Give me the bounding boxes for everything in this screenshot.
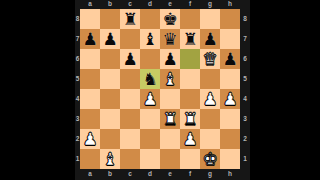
square-b4[interactable] — [100, 89, 120, 109]
black-pawn[interactable]: ♟ — [82, 29, 97, 49]
white-pawn[interactable]: ♟ — [142, 89, 157, 109]
file-label-f: f — [180, 0, 200, 9]
file-label-c: c — [120, 169, 140, 180]
square-h8[interactable] — [220, 9, 240, 29]
square-h2[interactable] — [220, 129, 240, 149]
file-label-h: h — [220, 0, 240, 9]
black-queen[interactable]: ♛ — [162, 29, 177, 49]
black-pawn[interactable]: ♟ — [162, 49, 177, 69]
white-rook[interactable]: ♜ — [182, 109, 197, 129]
file-label-e: e — [160, 169, 180, 180]
square-d6[interactable] — [140, 49, 160, 69]
square-e7[interactable]: ♛ — [160, 29, 180, 49]
white-rook[interactable]: ♜ — [162, 109, 177, 129]
square-d3[interactable] — [140, 109, 160, 129]
square-a5[interactable] — [80, 69, 100, 89]
white-bishop[interactable]: ♝ — [162, 69, 177, 89]
rank-labels-right: 87654321 — [240, 9, 250, 169]
square-b6[interactable] — [100, 49, 120, 69]
white-king[interactable]: ♚ — [202, 149, 217, 169]
square-a8[interactable] — [80, 9, 100, 29]
square-f6[interactable] — [180, 49, 200, 69]
square-g1[interactable]: ♚ — [200, 149, 220, 169]
black-rook[interactable]: ♜ — [122, 9, 137, 29]
rank-label-3: 3 — [240, 109, 250, 129]
square-h7[interactable] — [220, 29, 240, 49]
square-g5[interactable] — [200, 69, 220, 89]
square-a6[interactable] — [80, 49, 100, 69]
chess-board[interactable]: ♜♚♟♟♝♛♜♟♟♟♛♟♞♝♟♟♟♜♜♟♟♝♚ — [80, 9, 240, 169]
square-c2[interactable] — [120, 129, 140, 149]
file-label-a: a — [80, 0, 100, 9]
black-pawn[interactable]: ♟ — [222, 49, 237, 69]
black-rook[interactable]: ♜ — [182, 29, 197, 49]
chess-board-frame: abcdefgh 87654321 ♜♚♟♟♝♛♜♟♟♟♛♟♞♝♟♟♟♜♜♟♟♝… — [75, 0, 250, 180]
file-label-g: g — [200, 0, 220, 9]
file-label-f: f — [180, 169, 200, 180]
white-pawn[interactable]: ♟ — [222, 89, 237, 109]
square-b5[interactable] — [100, 69, 120, 89]
square-a7[interactable]: ♟ — [80, 29, 100, 49]
square-g7[interactable]: ♟ — [200, 29, 220, 49]
square-g3[interactable] — [200, 109, 220, 129]
square-h1[interactable] — [220, 149, 240, 169]
square-a1[interactable] — [80, 149, 100, 169]
screenshot-stage: abcdefgh 87654321 ♜♚♟♟♝♛♜♟♟♟♛♟♞♝♟♟♟♜♜♟♟♝… — [0, 0, 320, 180]
square-d1[interactable] — [140, 149, 160, 169]
black-pawn[interactable]: ♟ — [122, 49, 137, 69]
square-a2[interactable]: ♟ — [80, 129, 100, 149]
square-d2[interactable] — [140, 129, 160, 149]
black-pawn[interactable]: ♟ — [202, 29, 217, 49]
square-g6[interactable]: ♛ — [200, 49, 220, 69]
square-d5[interactable]: ♞ — [140, 69, 160, 89]
white-bishop[interactable]: ♝ — [102, 149, 117, 169]
square-e3[interactable]: ♜ — [160, 109, 180, 129]
square-c7[interactable] — [120, 29, 140, 49]
square-f8[interactable] — [180, 9, 200, 29]
square-h4[interactable]: ♟ — [220, 89, 240, 109]
square-e1[interactable] — [160, 149, 180, 169]
square-a4[interactable] — [80, 89, 100, 109]
square-c1[interactable] — [120, 149, 140, 169]
square-f7[interactable]: ♜ — [180, 29, 200, 49]
square-f3[interactable]: ♜ — [180, 109, 200, 129]
square-b7[interactable]: ♟ — [100, 29, 120, 49]
square-a3[interactable] — [80, 109, 100, 129]
rank-label-8: 8 — [240, 9, 250, 29]
square-c6[interactable]: ♟ — [120, 49, 140, 69]
square-e2[interactable] — [160, 129, 180, 149]
square-c4[interactable] — [120, 89, 140, 109]
rank-label-7: 7 — [240, 29, 250, 49]
black-bishop[interactable]: ♝ — [142, 29, 157, 49]
square-b1[interactable]: ♝ — [100, 149, 120, 169]
square-f5[interactable] — [180, 69, 200, 89]
square-e5[interactable]: ♝ — [160, 69, 180, 89]
file-labels-bottom: abcdefgh — [80, 169, 240, 180]
square-e4[interactable] — [160, 89, 180, 109]
square-h6[interactable]: ♟ — [220, 49, 240, 69]
square-d4[interactable]: ♟ — [140, 89, 160, 109]
square-g2[interactable] — [200, 129, 220, 149]
square-c8[interactable]: ♜ — [120, 9, 140, 29]
square-f4[interactable] — [180, 89, 200, 109]
square-e6[interactable]: ♟ — [160, 49, 180, 69]
square-b3[interactable] — [100, 109, 120, 129]
file-label-d: d — [140, 0, 160, 9]
rank-label-4: 4 — [240, 89, 250, 109]
square-c3[interactable] — [120, 109, 140, 129]
rank-label-6: 6 — [240, 49, 250, 69]
file-label-g: g — [200, 169, 220, 180]
square-g4[interactable]: ♟ — [200, 89, 220, 109]
square-d7[interactable]: ♝ — [140, 29, 160, 49]
letterbox-right — [250, 0, 320, 180]
file-label-d: d — [140, 169, 160, 180]
square-c5[interactable] — [120, 69, 140, 89]
file-label-b: b — [100, 169, 120, 180]
black-knight[interactable]: ♞ — [142, 69, 157, 89]
square-g8[interactable] — [200, 9, 220, 29]
white-pawn[interactable]: ♟ — [82, 129, 97, 149]
white-pawn[interactable]: ♟ — [202, 89, 217, 109]
file-labels-top: abcdefgh — [80, 0, 240, 9]
square-h3[interactable] — [220, 109, 240, 129]
rank-label-5: 5 — [240, 69, 250, 89]
letterbox-left — [0, 0, 75, 180]
square-e8[interactable]: ♚ — [160, 9, 180, 29]
square-f1[interactable] — [180, 149, 200, 169]
file-label-e: e — [160, 0, 180, 9]
square-b2[interactable] — [100, 129, 120, 149]
black-king[interactable]: ♚ — [162, 9, 177, 29]
square-b8[interactable] — [100, 9, 120, 29]
white-queen[interactable]: ♛ — [202, 49, 217, 69]
file-label-h: h — [220, 169, 240, 180]
square-f2[interactable]: ♟ — [180, 129, 200, 149]
square-d8[interactable] — [140, 9, 160, 29]
rank-label-1: 1 — [240, 149, 250, 169]
square-h5[interactable] — [220, 69, 240, 89]
file-label-b: b — [100, 0, 120, 9]
black-pawn[interactable]: ♟ — [102, 29, 117, 49]
file-label-c: c — [120, 0, 140, 9]
rank-label-2: 2 — [240, 129, 250, 149]
white-pawn[interactable]: ♟ — [182, 129, 197, 149]
file-label-a: a — [80, 169, 100, 180]
